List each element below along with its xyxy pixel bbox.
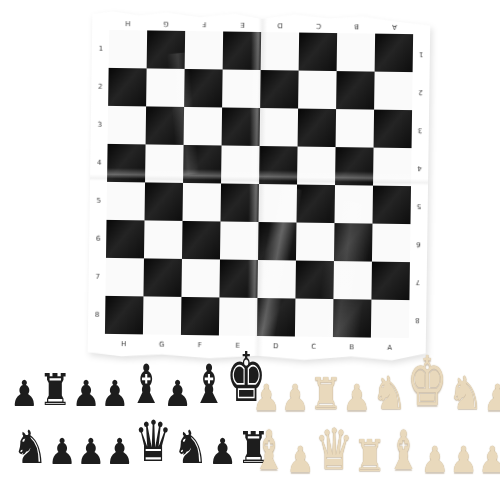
rank-label-cell: 2 bbox=[413, 72, 428, 110]
square-a5 bbox=[372, 186, 411, 225]
square-h4 bbox=[107, 144, 146, 183]
rank-label-cell: 8 bbox=[410, 300, 425, 338]
rank-label-cell: 6 bbox=[91, 220, 106, 258]
rank-label-cell: 3 bbox=[93, 106, 108, 144]
square-c7 bbox=[295, 261, 334, 300]
square-g5 bbox=[145, 182, 184, 221]
black-pawn-piece: ♟ bbox=[77, 434, 106, 470]
white-pieces-row-1: ♟♟♜♟♞♚♞♟ bbox=[252, 350, 492, 416]
square-d3 bbox=[260, 108, 299, 147]
square-d2 bbox=[260, 70, 299, 109]
black-knight-piece: ♞ bbox=[172, 424, 208, 470]
square-c1 bbox=[299, 33, 338, 72]
file-label: B bbox=[354, 22, 359, 29]
white-rook-piece: ♜ bbox=[353, 434, 386, 478]
square-d5 bbox=[258, 184, 297, 223]
file-label: D bbox=[273, 343, 278, 350]
rank-label: 8 bbox=[95, 311, 100, 318]
rank-label: 7 bbox=[415, 278, 420, 285]
square-d7 bbox=[257, 260, 296, 299]
rank-label: 6 bbox=[416, 240, 421, 247]
black-queen-piece: ♛ bbox=[134, 413, 173, 470]
black-knight-piece: ♞ bbox=[12, 424, 48, 470]
square-b3 bbox=[336, 109, 375, 148]
square-f5 bbox=[183, 183, 222, 222]
file-label: G bbox=[164, 19, 170, 26]
square-c5 bbox=[296, 185, 335, 224]
black-pawn-piece: ♟ bbox=[208, 434, 237, 470]
rank-label: 1 bbox=[419, 50, 424, 57]
square-h2 bbox=[108, 68, 147, 107]
black-pawn-piece: ♟ bbox=[163, 376, 192, 412]
black-pawn-piece: ♟ bbox=[48, 434, 77, 470]
rank-label-cell: 2 bbox=[93, 68, 108, 106]
black-pieces-row-2: ♞♟♟♟♛♞♟♜ bbox=[12, 414, 250, 470]
square-c6 bbox=[296, 223, 335, 262]
rank-label: 4 bbox=[417, 164, 422, 171]
square-e5 bbox=[221, 183, 260, 222]
white-king-piece: ♚ bbox=[407, 348, 447, 416]
file-label-cell: G bbox=[147, 15, 185, 30]
file-label-cell: D bbox=[261, 17, 299, 32]
square-g7 bbox=[143, 258, 182, 297]
square-b5 bbox=[334, 185, 373, 224]
file-label: H bbox=[121, 341, 126, 348]
square-g1 bbox=[147, 30, 186, 69]
white-pawn-piece: ♟ bbox=[252, 380, 281, 416]
square-f7 bbox=[181, 259, 220, 298]
square-f6 bbox=[182, 221, 221, 260]
file-label: E bbox=[240, 20, 245, 27]
rank-label-cell: 1 bbox=[94, 30, 109, 68]
square-a6 bbox=[372, 224, 411, 263]
rank-label: 5 bbox=[416, 202, 421, 209]
rank-label: 3 bbox=[98, 121, 103, 128]
chess-mat-wrapper: HGFEDCBA HGFEDCBA 12345678 12345678 bbox=[88, 10, 431, 363]
rank-label-cell: 4 bbox=[92, 144, 107, 182]
file-label: C bbox=[316, 21, 321, 28]
square-e7 bbox=[219, 259, 258, 298]
file-label-cell: F bbox=[185, 16, 223, 31]
white-pawn-piece: ♟ bbox=[483, 380, 500, 416]
square-c3 bbox=[298, 109, 337, 148]
square-b1 bbox=[337, 33, 376, 72]
square-d4 bbox=[259, 146, 298, 185]
square-d6 bbox=[258, 222, 297, 261]
square-e8 bbox=[219, 297, 258, 336]
rank-label: 6 bbox=[96, 235, 101, 242]
square-d1 bbox=[261, 32, 300, 71]
rank-label-cell: 4 bbox=[412, 148, 427, 186]
square-f2 bbox=[184, 69, 223, 108]
rank-label-cell: 7 bbox=[410, 262, 425, 300]
white-bishop-piece: ♝ bbox=[252, 424, 286, 478]
square-h1 bbox=[109, 30, 148, 69]
rank-label: 7 bbox=[95, 273, 100, 280]
rank-labels-right: 12345678 bbox=[410, 34, 428, 338]
square-h7 bbox=[105, 258, 144, 297]
file-label-cell: E bbox=[223, 16, 261, 31]
square-f8 bbox=[181, 297, 220, 336]
square-b7 bbox=[333, 261, 372, 300]
white-knight-piece: ♞ bbox=[447, 370, 483, 416]
square-b2 bbox=[336, 71, 375, 110]
square-c2 bbox=[298, 71, 337, 110]
square-b6 bbox=[334, 223, 373, 262]
rank-label: 8 bbox=[415, 316, 420, 323]
rank-label: 5 bbox=[96, 197, 101, 204]
file-label: F bbox=[202, 20, 206, 27]
square-h6 bbox=[106, 220, 145, 259]
white-queen-piece: ♛ bbox=[315, 421, 354, 478]
square-g8 bbox=[143, 296, 182, 335]
square-a7 bbox=[371, 262, 410, 301]
rank-label-cell: 5 bbox=[92, 182, 107, 220]
rank-label: 3 bbox=[418, 126, 423, 133]
file-label: A bbox=[392, 22, 397, 29]
square-d8 bbox=[257, 298, 296, 337]
square-a2 bbox=[374, 72, 413, 111]
square-e3 bbox=[222, 107, 261, 146]
black-pawn-piece: ♟ bbox=[10, 376, 39, 412]
square-h3 bbox=[108, 106, 147, 145]
file-label-cell: H bbox=[109, 15, 147, 30]
white-pawn-piece: ♟ bbox=[343, 380, 372, 416]
black-pawn-piece: ♟ bbox=[72, 376, 101, 412]
square-a1 bbox=[375, 34, 414, 73]
rank-label-cell: 6 bbox=[411, 224, 426, 262]
rank-label: 2 bbox=[98, 83, 103, 90]
file-label: H bbox=[126, 19, 131, 26]
square-h8 bbox=[105, 296, 144, 335]
square-a3 bbox=[374, 110, 413, 149]
white-pieces-row-2: ♝♟♛♜♝♟♟♟ bbox=[252, 422, 488, 478]
black-pawn-piece: ♟ bbox=[105, 434, 134, 470]
rank-label-cell: 3 bbox=[413, 110, 428, 148]
white-knight-piece: ♞ bbox=[371, 370, 407, 416]
square-f1 bbox=[185, 31, 224, 70]
file-label-cell: B bbox=[337, 18, 375, 33]
square-e6 bbox=[220, 221, 259, 260]
rank-label-cell: 1 bbox=[414, 34, 429, 72]
rank-label-cell: 8 bbox=[90, 296, 105, 334]
black-pawn-piece: ♟ bbox=[101, 376, 130, 412]
file-label-cell: A bbox=[375, 19, 413, 34]
square-g2 bbox=[146, 68, 185, 107]
black-rook-piece: ♜ bbox=[39, 368, 72, 412]
white-pawn-piece: ♟ bbox=[478, 442, 500, 478]
square-e2 bbox=[222, 69, 261, 108]
square-f4 bbox=[183, 145, 222, 184]
black-bishop-piece: ♝ bbox=[129, 358, 163, 412]
file-label: D bbox=[278, 21, 283, 28]
square-f3 bbox=[184, 107, 223, 146]
rank-label: 1 bbox=[99, 45, 104, 52]
square-g4 bbox=[145, 144, 184, 183]
white-rook-piece: ♜ bbox=[309, 372, 342, 416]
white-pawn-piece: ♟ bbox=[286, 442, 315, 478]
white-pawn-piece: ♟ bbox=[421, 442, 450, 478]
square-e4 bbox=[221, 145, 260, 184]
white-pawn-piece: ♟ bbox=[281, 380, 310, 416]
square-b8 bbox=[333, 299, 372, 338]
black-bishop-piece: ♝ bbox=[192, 358, 226, 412]
square-b4 bbox=[335, 147, 374, 186]
rank-label-cell: 7 bbox=[90, 258, 105, 296]
square-g6 bbox=[144, 220, 183, 259]
white-pawn-piece: ♟ bbox=[449, 442, 478, 478]
product-photo: HGFEDCBA HGFEDCBA 12345678 12345678 ♟♜♟♟… bbox=[0, 0, 500, 500]
square-h5 bbox=[107, 182, 146, 221]
white-bishop-piece: ♝ bbox=[387, 424, 421, 478]
square-e1 bbox=[223, 31, 262, 70]
chess-mat: HGFEDCBA HGFEDCBA 12345678 12345678 bbox=[88, 10, 431, 363]
square-c4 bbox=[297, 147, 336, 186]
square-g3 bbox=[146, 106, 185, 145]
square-a8 bbox=[371, 300, 410, 339]
rank-label-cell: 5 bbox=[411, 186, 426, 224]
file-label-cell: C bbox=[299, 18, 337, 33]
rank-label: 2 bbox=[418, 88, 423, 95]
black-pieces-row-1: ♟♜♟♟♝♟♝♚ bbox=[10, 348, 252, 412]
chess-board-grid bbox=[105, 30, 413, 338]
square-c8 bbox=[295, 299, 334, 338]
square-a4 bbox=[373, 148, 412, 187]
rank-label: 4 bbox=[97, 159, 102, 166]
